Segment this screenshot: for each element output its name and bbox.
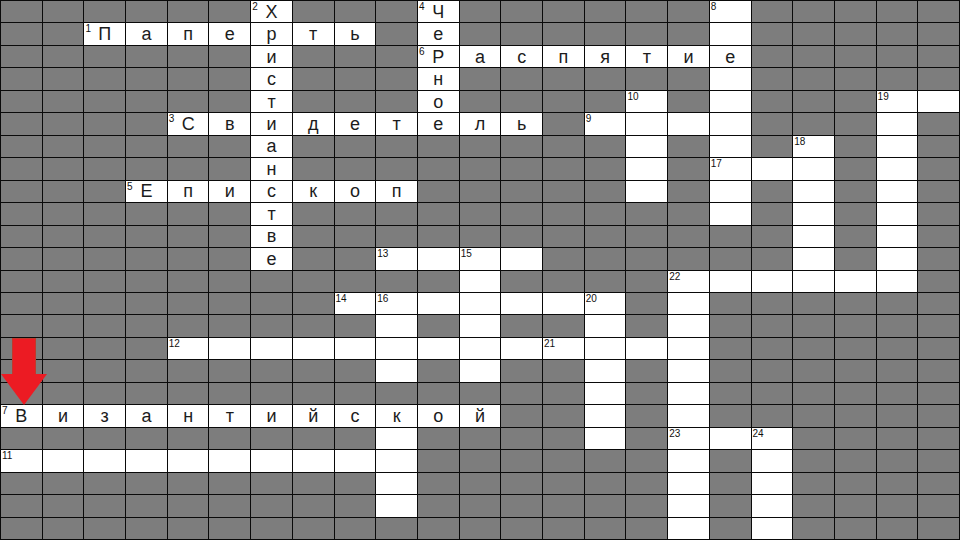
crossword-cell[interactable]: 17 (710, 158, 752, 180)
crossword-cell[interactable] (752, 518, 794, 540)
block-cell (460, 226, 502, 248)
crossword-cell[interactable] (376, 428, 418, 450)
block-cell (626, 293, 668, 315)
clue-number: 15 (461, 248, 472, 259)
crossword-cell[interactable]: к (293, 181, 335, 203)
crossword-cell[interactable] (585, 383, 627, 405)
crossword-cell[interactable]: 11 (1, 450, 43, 472)
clue-number: 19 (878, 91, 889, 102)
block-cell (668, 68, 710, 90)
crossword-cell[interactable] (585, 360, 627, 382)
crossword-cell[interactable] (668, 450, 710, 472)
block-cell (376, 1, 418, 23)
crossword-cell[interactable]: т (626, 46, 668, 68)
crossword-cell[interactable]: а (126, 23, 168, 45)
clue-number: 11 (2, 450, 12, 461)
crossword-cell[interactable] (668, 338, 710, 360)
block-cell (43, 428, 85, 450)
crossword-cell[interactable]: 14 (335, 293, 377, 315)
block-cell (835, 315, 877, 337)
block-cell (43, 1, 85, 23)
block-cell (585, 68, 627, 90)
block-cell (84, 46, 126, 68)
block-cell (209, 203, 251, 225)
block-cell (335, 226, 377, 248)
crossword-cell[interactable] (335, 338, 377, 360)
block-cell (918, 473, 960, 495)
block-cell (752, 405, 794, 427)
crossword-cell[interactable] (501, 338, 543, 360)
block-cell (418, 315, 460, 337)
crossword-cell[interactable] (752, 495, 794, 517)
block-cell (918, 23, 960, 45)
block-cell (126, 518, 168, 540)
block-cell (209, 1, 251, 23)
crossword-cell[interactable] (585, 405, 627, 427)
block-cell (585, 158, 627, 180)
crossword-cell[interactable]: 8 (710, 1, 752, 23)
block-cell (126, 113, 168, 135)
block-cell (335, 1, 377, 23)
crossword-cell[interactable] (460, 293, 502, 315)
crossword-cell[interactable]: 6Р (418, 46, 460, 68)
block-cell (918, 518, 960, 540)
crossword-cell[interactable] (418, 338, 460, 360)
crossword-cell[interactable]: е (335, 113, 377, 135)
crossword-cell[interactable] (335, 450, 377, 472)
crossword-cell[interactable]: р (251, 23, 293, 45)
crossword-cell[interactable]: к (376, 405, 418, 427)
cell-letter: н (418, 68, 459, 89)
cell-letter: о (418, 405, 459, 426)
crossword-cell[interactable]: т (209, 405, 251, 427)
crossword-cell[interactable] (710, 181, 752, 203)
crossword-cell[interactable] (877, 158, 919, 180)
block-cell (668, 203, 710, 225)
crossword-cell[interactable]: п (168, 23, 210, 45)
cell-letter: т (251, 91, 292, 112)
crossword-cell[interactable] (710, 113, 752, 135)
block-cell (835, 158, 877, 180)
block-cell (1, 518, 43, 540)
block-cell (1, 113, 43, 135)
crossword-cell[interactable]: н (168, 405, 210, 427)
crossword-cell[interactable]: и (251, 113, 293, 135)
crossword-cell[interactable]: е (710, 46, 752, 68)
crossword-cell[interactable] (793, 158, 835, 180)
crossword-cell[interactable]: з (84, 405, 126, 427)
crossword-cell[interactable] (668, 315, 710, 337)
crossword-cell[interactable] (209, 338, 251, 360)
crossword-cell[interactable]: е (251, 248, 293, 270)
crossword-cell[interactable] (710, 271, 752, 293)
cell-letter: п (168, 181, 209, 202)
crossword-cell[interactable] (710, 203, 752, 225)
block-cell (668, 226, 710, 248)
crossword-cell[interactable] (835, 271, 877, 293)
block-cell (418, 518, 460, 540)
crossword-cell[interactable] (376, 495, 418, 517)
block-cell (209, 315, 251, 337)
block-cell (543, 518, 585, 540)
block-cell (501, 315, 543, 337)
crossword-cell[interactable] (376, 338, 418, 360)
block-cell (335, 46, 377, 68)
cell-letter: к (293, 181, 334, 202)
crossword-cell[interactable]: т (251, 203, 293, 225)
crossword-cell[interactable]: 5Е (126, 181, 168, 203)
crossword-cell[interactable] (501, 293, 543, 315)
crossword-cell[interactable] (43, 450, 85, 472)
block-cell (835, 226, 877, 248)
crossword-cell[interactable] (877, 203, 919, 225)
block-cell (710, 473, 752, 495)
block-cell (501, 495, 543, 517)
crossword-cell[interactable] (752, 271, 794, 293)
block-cell (668, 248, 710, 270)
block-cell (335, 248, 377, 270)
block-cell (918, 405, 960, 427)
crossword-cell[interactable] (710, 91, 752, 113)
crossword-cell[interactable] (460, 338, 502, 360)
crossword-cell[interactable] (668, 473, 710, 495)
block-cell (1, 91, 43, 113)
block-cell (626, 383, 668, 405)
crossword-cell[interactable] (126, 450, 168, 472)
crossword-cell[interactable] (710, 136, 752, 158)
block-cell (835, 203, 877, 225)
block-cell (585, 450, 627, 472)
crossword-cell[interactable]: е (418, 23, 460, 45)
crossword-cell[interactable] (752, 158, 794, 180)
crossword-cell[interactable] (710, 23, 752, 45)
crossword-grid: 2Х4Ч81Папертьеи6Распятиеснто10193Свидете… (0, 0, 960, 540)
crossword-cell[interactable] (585, 338, 627, 360)
crossword-cell[interactable] (376, 315, 418, 337)
block-cell (668, 23, 710, 45)
crossword-cell[interactable] (877, 113, 919, 135)
block-cell (835, 495, 877, 517)
crossword-cell[interactable]: о (418, 91, 460, 113)
block-cell (43, 23, 85, 45)
block-cell (626, 23, 668, 45)
block-cell (293, 360, 335, 382)
block-cell (251, 518, 293, 540)
crossword-cell[interactable]: а (126, 405, 168, 427)
crossword-cell[interactable]: с (251, 68, 293, 90)
crossword-cell[interactable]: и (668, 46, 710, 68)
crossword-cell[interactable]: 16 (376, 293, 418, 315)
block-cell (626, 248, 668, 270)
crossword-cell[interactable]: н (418, 68, 460, 90)
crossword-cell[interactable] (418, 248, 460, 270)
crossword-cell[interactable]: с (251, 181, 293, 203)
crossword-cell[interactable]: и (251, 405, 293, 427)
crossword-cell[interactable] (793, 226, 835, 248)
block-cell (752, 248, 794, 270)
crossword-cell[interactable] (877, 181, 919, 203)
crossword-cell[interactable]: 20 (585, 293, 627, 315)
cell-letter: к (376, 405, 417, 426)
crossword-cell[interactable] (668, 113, 710, 135)
crossword-cell[interactable]: 24 (752, 428, 794, 450)
block-cell (710, 495, 752, 517)
block-cell (668, 1, 710, 23)
block-cell (168, 158, 210, 180)
cell-letter: з (84, 405, 125, 426)
crossword-cell[interactable] (293, 338, 335, 360)
block-cell (43, 338, 85, 360)
block-cell (168, 46, 210, 68)
crossword-cell[interactable]: с (501, 46, 543, 68)
cell-letter: я (585, 46, 626, 67)
crossword-cell[interactable]: с (335, 405, 377, 427)
crossword-cell[interactable] (877, 226, 919, 248)
block-cell (877, 23, 919, 45)
block-cell (335, 315, 377, 337)
crossword-cell[interactable]: и (251, 46, 293, 68)
crossword-cell[interactable] (877, 136, 919, 158)
crossword-cell[interactable] (293, 450, 335, 472)
crossword-cell[interactable]: в (209, 113, 251, 135)
crossword-cell[interactable] (376, 360, 418, 382)
cell-letter: л (460, 113, 501, 134)
block-cell (335, 495, 377, 517)
crossword-cell[interactable] (168, 450, 210, 472)
cell-letter: а (251, 136, 292, 157)
crossword-cell[interactable]: 10 (626, 91, 668, 113)
crossword-cell[interactable]: й (293, 405, 335, 427)
crossword-cell[interactable] (460, 360, 502, 382)
cell-letter: Ч (418, 1, 459, 22)
crossword-cell[interactable] (710, 428, 752, 450)
block-cell (168, 518, 210, 540)
crossword-cell[interactable] (418, 293, 460, 315)
crossword-cell[interactable] (626, 158, 668, 180)
crossword-cell[interactable] (626, 136, 668, 158)
block-cell (460, 428, 502, 450)
crossword-cell[interactable]: а (460, 46, 502, 68)
block-cell (84, 473, 126, 495)
crossword-cell[interactable]: д (293, 113, 335, 135)
block-cell (793, 495, 835, 517)
block-cell (418, 226, 460, 248)
crossword-cell[interactable]: е (418, 113, 460, 135)
crossword-cell[interactable]: 22 (668, 271, 710, 293)
block-cell (376, 383, 418, 405)
crossword-cell[interactable] (668, 360, 710, 382)
cell-letter: о (418, 91, 459, 112)
block-cell (585, 1, 627, 23)
block-cell (835, 136, 877, 158)
block-cell (710, 518, 752, 540)
crossword-cell[interactable] (668, 293, 710, 315)
block-cell (293, 315, 335, 337)
block-cell (460, 1, 502, 23)
crossword-cell[interactable] (752, 450, 794, 472)
crossword-cell[interactable]: 9 (585, 113, 627, 135)
block-cell (1, 338, 43, 360)
block-cell (460, 23, 502, 45)
crossword-cell[interactable]: 7В (1, 405, 43, 427)
block-cell (877, 315, 919, 337)
crossword-cell[interactable]: н (251, 158, 293, 180)
block-cell (501, 23, 543, 45)
crossword-cell[interactable]: п (543, 46, 585, 68)
block-cell (626, 271, 668, 293)
crossword-cell[interactable]: 18 (793, 136, 835, 158)
block-cell (543, 315, 585, 337)
cell-letter: С (168, 113, 209, 134)
clue-number: 23 (669, 428, 680, 439)
block-cell (460, 91, 502, 113)
cell-letter: т (251, 203, 292, 224)
crossword-cell[interactable]: 3С (168, 113, 210, 135)
block-cell (710, 248, 752, 270)
block-cell (209, 271, 251, 293)
crossword-cell[interactable]: 13 (376, 248, 418, 270)
block-cell (793, 315, 835, 337)
block-cell (918, 203, 960, 225)
crossword-cell[interactable]: 23 (668, 428, 710, 450)
crossword-cell[interactable]: 15 (460, 248, 502, 270)
crossword-cell[interactable]: ь (335, 23, 377, 45)
clue-number: 18 (794, 136, 805, 147)
block-cell (1, 203, 43, 225)
crossword-cell[interactable] (209, 450, 251, 472)
block-cell (1, 136, 43, 158)
block-cell (1, 495, 43, 517)
crossword-cell[interactable] (877, 248, 919, 270)
crossword-cell[interactable] (585, 315, 627, 337)
block-cell (126, 1, 168, 23)
crossword-cell[interactable]: а (251, 136, 293, 158)
block-cell (209, 46, 251, 68)
block-cell (1, 181, 43, 203)
block-cell (251, 495, 293, 517)
clue-number: 20 (586, 293, 597, 304)
crossword-cell[interactable] (460, 271, 502, 293)
crossword-cell[interactable] (376, 450, 418, 472)
block-cell (335, 91, 377, 113)
block-cell (126, 226, 168, 248)
block-cell (251, 473, 293, 495)
block-cell (376, 68, 418, 90)
crossword-cell[interactable] (877, 271, 919, 293)
block-cell (918, 315, 960, 337)
block-cell (918, 226, 960, 248)
cell-letter: р (251, 23, 292, 44)
block-cell (1, 1, 43, 23)
block-cell (209, 226, 251, 248)
crossword-cell[interactable] (585, 428, 627, 450)
cell-letter: и (209, 181, 250, 202)
block-cell (209, 473, 251, 495)
crossword-cell[interactable]: 19 (877, 91, 919, 113)
block-cell (293, 91, 335, 113)
crossword-cell[interactable]: 12 (168, 338, 210, 360)
cell-letter: с (335, 405, 376, 426)
crossword-cell[interactable]: й (460, 405, 502, 427)
block-cell (835, 473, 877, 495)
block-cell (43, 181, 85, 203)
block-cell (335, 360, 377, 382)
block-cell (43, 113, 85, 135)
crossword-cell[interactable] (376, 473, 418, 495)
crossword-cell[interactable] (793, 203, 835, 225)
crossword-cell[interactable]: в (251, 226, 293, 248)
crossword-cell[interactable] (668, 518, 710, 540)
crossword-cell[interactable] (626, 113, 668, 135)
crossword-cell[interactable]: л (460, 113, 502, 135)
block-cell (209, 248, 251, 270)
crossword-cell[interactable] (710, 68, 752, 90)
block-cell (835, 248, 877, 270)
cell-letter: ь (501, 113, 542, 134)
crossword-cell[interactable]: и (43, 405, 85, 427)
cell-letter: п (376, 181, 417, 202)
block-cell (335, 203, 377, 225)
crossword-cell[interactable] (251, 338, 293, 360)
crossword-cell[interactable]: е (209, 23, 251, 45)
crossword-cell[interactable]: о (418, 405, 460, 427)
crossword-cell[interactable] (626, 338, 668, 360)
crossword-cell[interactable] (626, 181, 668, 203)
block-cell (501, 181, 543, 203)
crossword-cell[interactable]: т (293, 23, 335, 45)
crossword-cell[interactable] (460, 315, 502, 337)
block-cell (335, 428, 377, 450)
crossword-cell[interactable]: п (376, 181, 418, 203)
block-cell (168, 91, 210, 113)
crossword-cell[interactable] (84, 450, 126, 472)
crossword-cell[interactable]: 4Ч (418, 1, 460, 23)
block-cell (1, 383, 43, 405)
crossword-cell[interactable]: т (376, 113, 418, 135)
block-cell (418, 136, 460, 158)
crossword-cell[interactable] (668, 383, 710, 405)
crossword-cell[interactable]: п (168, 181, 210, 203)
crossword-cell[interactable]: и (209, 181, 251, 203)
block-cell (543, 91, 585, 113)
crossword-cell[interactable] (752, 473, 794, 495)
block-cell (43, 226, 85, 248)
block-cell (835, 338, 877, 360)
crossword-cell[interactable] (543, 293, 585, 315)
block-cell (1, 248, 43, 270)
crossword-cell[interactable]: 1П (84, 23, 126, 45)
cell-letter: Е (126, 181, 167, 202)
crossword-cell[interactable] (668, 405, 710, 427)
crossword-cell[interactable]: я (585, 46, 627, 68)
cell-letter: й (293, 405, 334, 426)
crossword-cell[interactable]: ь (501, 113, 543, 135)
block-cell (84, 315, 126, 337)
crossword-cell[interactable] (668, 495, 710, 517)
crossword-cell[interactable] (793, 248, 835, 270)
crossword-cell[interactable]: 2Х (251, 1, 293, 23)
crossword-cell[interactable] (918, 91, 960, 113)
crossword-cell[interactable] (501, 248, 543, 270)
crossword-cell[interactable] (793, 181, 835, 203)
block-cell (835, 293, 877, 315)
crossword-cell[interactable] (251, 450, 293, 472)
crossword-cell[interactable]: 21 (543, 338, 585, 360)
crossword-cell[interactable] (793, 271, 835, 293)
crossword-cell[interactable]: т (251, 91, 293, 113)
block-cell (209, 518, 251, 540)
crossword-cell[interactable]: о (335, 181, 377, 203)
